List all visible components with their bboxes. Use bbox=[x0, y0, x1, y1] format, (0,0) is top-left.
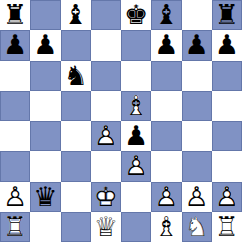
piece-white-rook: ♜♖ bbox=[212, 212, 242, 242]
square-h1[interactable]: ♜♖ bbox=[212, 212, 242, 242]
square-g6[interactable] bbox=[182, 61, 212, 91]
square-a7[interactable]: ♟ bbox=[0, 30, 30, 60]
piece-white-pawn: ♟♙ bbox=[91, 121, 121, 151]
square-g1[interactable]: ♞♘ bbox=[182, 212, 212, 242]
piece-white-pawn: ♟♙ bbox=[212, 182, 242, 212]
piece-black-pawn: ♟ bbox=[121, 121, 151, 151]
square-f8[interactable]: ♝ bbox=[151, 0, 181, 30]
square-e2[interactable] bbox=[121, 182, 151, 212]
piece-black-pawn: ♟ bbox=[212, 30, 242, 60]
square-e8[interactable]: ♚ bbox=[121, 0, 151, 30]
piece-white-pawn: ♟♙ bbox=[151, 182, 181, 212]
square-e7[interactable] bbox=[121, 30, 151, 60]
square-a2[interactable]: ♟♙ bbox=[0, 182, 30, 212]
square-d8[interactable] bbox=[91, 0, 121, 30]
square-g4[interactable] bbox=[182, 121, 212, 151]
square-f2[interactable]: ♟♙ bbox=[151, 182, 181, 212]
square-b5[interactable] bbox=[30, 91, 60, 121]
square-h8[interactable]: ♜ bbox=[212, 0, 242, 30]
square-a3[interactable] bbox=[0, 151, 30, 181]
piece-black-rook: ♜ bbox=[0, 0, 30, 30]
piece-black-pawn: ♟ bbox=[0, 30, 30, 60]
piece-black-knight: ♞ bbox=[61, 61, 91, 91]
square-a1[interactable]: ♜♖ bbox=[0, 212, 30, 242]
square-e1[interactable] bbox=[121, 212, 151, 242]
square-b6[interactable] bbox=[30, 61, 60, 91]
square-d7[interactable] bbox=[91, 30, 121, 60]
piece-black-queen: ♛ bbox=[30, 182, 60, 212]
square-b4[interactable] bbox=[30, 121, 60, 151]
piece-black-rook: ♜ bbox=[212, 0, 242, 30]
piece-white-rook: ♜♖ bbox=[0, 212, 30, 242]
piece-white-pawn: ♟♙ bbox=[182, 182, 212, 212]
square-h7[interactable]: ♟ bbox=[212, 30, 242, 60]
square-g5[interactable] bbox=[182, 91, 212, 121]
square-b3[interactable] bbox=[30, 151, 60, 181]
piece-white-bishop: ♝♗ bbox=[151, 212, 181, 242]
square-a8[interactable]: ♜ bbox=[0, 0, 30, 30]
square-c2[interactable] bbox=[61, 182, 91, 212]
square-h2[interactable]: ♟♙ bbox=[212, 182, 242, 212]
square-b2[interactable]: ♛ bbox=[30, 182, 60, 212]
square-d5[interactable] bbox=[91, 91, 121, 121]
square-e3[interactable]: ♟♙ bbox=[121, 151, 151, 181]
square-c7[interactable] bbox=[61, 30, 91, 60]
piece-white-knight: ♞♘ bbox=[182, 212, 212, 242]
square-b1[interactable] bbox=[30, 212, 60, 242]
square-g7[interactable]: ♟ bbox=[182, 30, 212, 60]
square-g3[interactable] bbox=[182, 151, 212, 181]
square-a6[interactable] bbox=[0, 61, 30, 91]
square-d1[interactable]: ♛♕ bbox=[91, 212, 121, 242]
piece-white-queen: ♛♕ bbox=[91, 212, 121, 242]
piece-white-bishop: ♝♗ bbox=[121, 91, 151, 121]
piece-black-pawn: ♟ bbox=[30, 30, 60, 60]
square-g2[interactable]: ♟♙ bbox=[182, 182, 212, 212]
square-d6[interactable] bbox=[91, 61, 121, 91]
square-g8[interactable] bbox=[182, 0, 212, 30]
square-f5[interactable] bbox=[151, 91, 181, 121]
piece-white-pawn: ♟♙ bbox=[0, 182, 30, 212]
piece-white-king: ♚♔ bbox=[91, 182, 121, 212]
piece-black-pawn: ♟ bbox=[151, 30, 181, 60]
square-h5[interactable] bbox=[212, 91, 242, 121]
square-h6[interactable] bbox=[212, 61, 242, 91]
piece-white-pawn: ♟♙ bbox=[121, 151, 151, 181]
piece-black-pawn: ♟ bbox=[182, 30, 212, 60]
square-c4[interactable] bbox=[61, 121, 91, 151]
square-e6[interactable] bbox=[121, 61, 151, 91]
square-c8[interactable]: ♝ bbox=[61, 0, 91, 30]
square-f6[interactable] bbox=[151, 61, 181, 91]
chess-board: ♜♝♚♝♜♟♟♟♟♟♞♝♗♟♙♟♟♙♟♙♛♚♔♟♙♟♙♟♙♜♖♛♕♝♗♞♘♜♖ bbox=[0, 0, 242, 242]
square-f3[interactable] bbox=[151, 151, 181, 181]
piece-black-king: ♚ bbox=[121, 0, 151, 30]
square-c6[interactable]: ♞ bbox=[61, 61, 91, 91]
square-d4[interactable]: ♟♙ bbox=[91, 121, 121, 151]
square-e5[interactable]: ♝♗ bbox=[121, 91, 151, 121]
square-c3[interactable] bbox=[61, 151, 91, 181]
square-a5[interactable] bbox=[0, 91, 30, 121]
piece-black-bishop: ♝ bbox=[61, 0, 91, 30]
square-f1[interactable]: ♝♗ bbox=[151, 212, 181, 242]
square-h3[interactable] bbox=[212, 151, 242, 181]
piece-black-bishop: ♝ bbox=[151, 0, 181, 30]
square-f4[interactable] bbox=[151, 121, 181, 151]
square-e4[interactable]: ♟ bbox=[121, 121, 151, 151]
square-c1[interactable] bbox=[61, 212, 91, 242]
square-b7[interactable]: ♟ bbox=[30, 30, 60, 60]
square-d2[interactable]: ♚♔ bbox=[91, 182, 121, 212]
square-a4[interactable] bbox=[0, 121, 30, 151]
square-d3[interactable] bbox=[91, 151, 121, 181]
square-h4[interactable] bbox=[212, 121, 242, 151]
square-b8[interactable] bbox=[30, 0, 60, 30]
square-c5[interactable] bbox=[61, 91, 91, 121]
square-f7[interactable]: ♟ bbox=[151, 30, 181, 60]
